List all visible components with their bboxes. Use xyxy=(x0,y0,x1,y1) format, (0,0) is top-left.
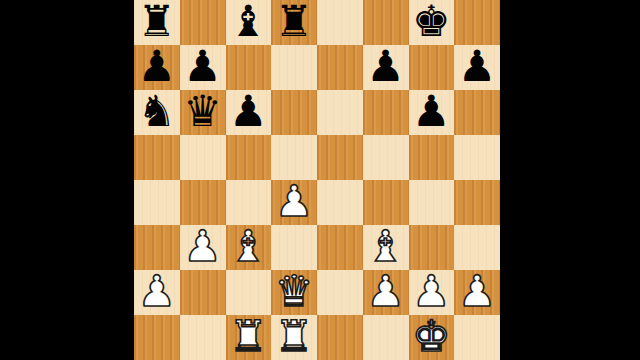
square-g6[interactable]: ♟ xyxy=(409,90,455,135)
square-d8[interactable]: ♜ xyxy=(271,0,317,45)
square-e3[interactable] xyxy=(317,225,363,270)
square-h4[interactable] xyxy=(454,180,500,225)
square-d3[interactable] xyxy=(271,225,317,270)
square-e6[interactable] xyxy=(317,90,363,135)
square-f5[interactable] xyxy=(363,135,409,180)
square-g3[interactable] xyxy=(409,225,455,270)
square-f1[interactable] xyxy=(363,315,409,360)
square-b8[interactable] xyxy=(180,0,226,45)
piece-white-king: ♚ xyxy=(412,315,451,358)
piece-black-queen: ♛ xyxy=(183,90,222,133)
piece-black-bishop: ♝ xyxy=(229,0,268,43)
left-black-bar xyxy=(0,0,134,360)
piece-white-bishop: ♝ xyxy=(229,225,268,268)
piece-black-rook: ♜ xyxy=(138,0,177,43)
square-b4[interactable] xyxy=(180,180,226,225)
square-h7[interactable]: ♟ xyxy=(454,45,500,90)
piece-white-pawn: ♟ xyxy=(275,180,314,223)
square-h3[interactable] xyxy=(454,225,500,270)
square-a2[interactable]: ♟ xyxy=(134,270,180,315)
piece-black-pawn: ♟ xyxy=(412,90,451,133)
square-d4[interactable]: ♟ xyxy=(271,180,317,225)
square-d7[interactable] xyxy=(271,45,317,90)
square-b6[interactable]: ♛ xyxy=(180,90,226,135)
square-c1[interactable]: ♜ xyxy=(226,315,272,360)
square-e5[interactable] xyxy=(317,135,363,180)
piece-black-pawn: ♟ xyxy=(229,90,268,133)
square-a8[interactable]: ♜ xyxy=(134,0,180,45)
square-h2[interactable]: ♟ xyxy=(454,270,500,315)
piece-white-pawn: ♟ xyxy=(458,270,497,313)
square-g8[interactable]: ♚ xyxy=(409,0,455,45)
piece-black-pawn: ♟ xyxy=(183,45,222,88)
chess-board: ♜♝♜♚♟♟♟♟♞♛♟♟♟♟♝♝♟♛♟♟♟♜♜♚ xyxy=(134,0,500,360)
right-black-bar xyxy=(500,0,640,360)
square-h5[interactable] xyxy=(454,135,500,180)
square-c7[interactable] xyxy=(226,45,272,90)
square-e1[interactable] xyxy=(317,315,363,360)
square-h1[interactable] xyxy=(454,315,500,360)
square-a3[interactable] xyxy=(134,225,180,270)
square-c2[interactable] xyxy=(226,270,272,315)
square-c8[interactable]: ♝ xyxy=(226,0,272,45)
square-g2[interactable]: ♟ xyxy=(409,270,455,315)
piece-black-pawn: ♟ xyxy=(458,45,497,88)
piece-white-pawn: ♟ xyxy=(366,270,405,313)
piece-white-queen: ♛ xyxy=(275,270,314,313)
square-b2[interactable] xyxy=(180,270,226,315)
square-a6[interactable]: ♞ xyxy=(134,90,180,135)
piece-white-bishop: ♝ xyxy=(366,225,405,268)
piece-black-pawn: ♟ xyxy=(138,45,177,88)
square-d5[interactable] xyxy=(271,135,317,180)
square-d2[interactable]: ♛ xyxy=(271,270,317,315)
square-d6[interactable] xyxy=(271,90,317,135)
video-frame: ♜♝♜♚♟♟♟♟♞♛♟♟♟♟♝♝♟♛♟♟♟♜♜♚ xyxy=(0,0,640,360)
square-d1[interactable]: ♜ xyxy=(271,315,317,360)
piece-white-pawn: ♟ xyxy=(183,225,222,268)
square-b3[interactable]: ♟ xyxy=(180,225,226,270)
square-e7[interactable] xyxy=(317,45,363,90)
square-g4[interactable] xyxy=(409,180,455,225)
square-f7[interactable]: ♟ xyxy=(363,45,409,90)
piece-white-rook: ♜ xyxy=(275,315,314,358)
piece-white-rook: ♜ xyxy=(229,315,268,358)
square-f3[interactable]: ♝ xyxy=(363,225,409,270)
square-f4[interactable] xyxy=(363,180,409,225)
square-g5[interactable] xyxy=(409,135,455,180)
square-f6[interactable] xyxy=(363,90,409,135)
piece-black-king: ♚ xyxy=(412,0,451,43)
square-g7[interactable] xyxy=(409,45,455,90)
square-g1[interactable]: ♚ xyxy=(409,315,455,360)
piece-white-pawn: ♟ xyxy=(412,270,451,313)
square-a1[interactable] xyxy=(134,315,180,360)
square-a5[interactable] xyxy=(134,135,180,180)
square-b1[interactable] xyxy=(180,315,226,360)
square-c6[interactable]: ♟ xyxy=(226,90,272,135)
square-f2[interactable]: ♟ xyxy=(363,270,409,315)
square-h8[interactable] xyxy=(454,0,500,45)
square-a7[interactable]: ♟ xyxy=(134,45,180,90)
square-b7[interactable]: ♟ xyxy=(180,45,226,90)
square-f8[interactable] xyxy=(363,0,409,45)
piece-white-pawn: ♟ xyxy=(138,270,177,313)
square-e8[interactable] xyxy=(317,0,363,45)
square-e4[interactable] xyxy=(317,180,363,225)
square-c3[interactable]: ♝ xyxy=(226,225,272,270)
square-c4[interactable] xyxy=(226,180,272,225)
square-a4[interactable] xyxy=(134,180,180,225)
square-h6[interactable] xyxy=(454,90,500,135)
square-b5[interactable] xyxy=(180,135,226,180)
piece-black-rook: ♜ xyxy=(275,0,314,43)
square-c5[interactable] xyxy=(226,135,272,180)
piece-black-knight: ♞ xyxy=(138,90,177,133)
square-e2[interactable] xyxy=(317,270,363,315)
piece-black-pawn: ♟ xyxy=(366,45,405,88)
